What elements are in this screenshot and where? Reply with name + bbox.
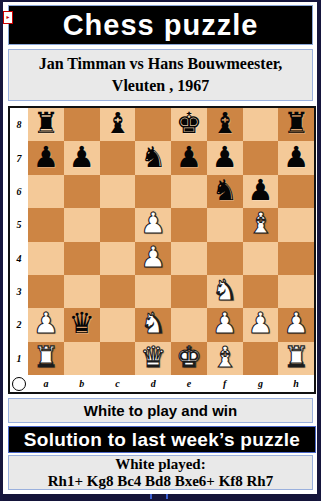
square-g5[interactable]: ♝ <box>243 208 279 241</box>
square-a7[interactable]: ♟ <box>28 141 64 174</box>
file-label-f: f <box>207 375 243 392</box>
page-title: Chess puzzle <box>63 9 259 42</box>
square-c1[interactable] <box>100 342 136 375</box>
square-b7[interactable]: ♟ <box>64 141 100 174</box>
square-d8[interactable] <box>135 108 171 141</box>
square-d1[interactable]: ♛ <box>135 342 171 375</box>
square-c7[interactable] <box>100 141 136 174</box>
solution-header: Solution to last week’s puzzle <box>24 429 300 451</box>
square-g8[interactable] <box>243 108 279 141</box>
square-c3[interactable] <box>100 275 136 308</box>
square-b3[interactable] <box>64 275 100 308</box>
title-banner: Chess puzzle <box>8 5 313 45</box>
square-g6[interactable]: ♟ <box>243 175 279 208</box>
piece-black-rook: ♜ <box>33 109 59 138</box>
square-e5[interactable] <box>171 208 207 241</box>
file-label-b: b <box>64 375 100 392</box>
square-f5[interactable] <box>207 208 243 241</box>
square-e1[interactable]: ♚ <box>171 342 207 375</box>
square-c2[interactable] <box>100 308 136 341</box>
piece-black-knight: ♞ <box>212 176 238 205</box>
square-d5[interactable]: ♟ <box>135 208 171 241</box>
prompt-box: White to play and win <box>8 398 313 423</box>
piece-white-pawn: ♟ <box>140 243 166 272</box>
square-h2[interactable]: ♟ <box>278 308 314 341</box>
square-a3[interactable] <box>28 275 64 308</box>
rank-label-3: 3 <box>10 275 28 308</box>
piece-white-king: ♚ <box>176 343 202 372</box>
square-e3[interactable] <box>171 275 207 308</box>
square-b6[interactable] <box>64 175 100 208</box>
rank-label-5: 5 <box>10 208 28 241</box>
square-f6[interactable]: ♞ <box>207 175 243 208</box>
square-b5[interactable] <box>64 208 100 241</box>
players-line: Jan Timman vs Hans Bouwmeester, <box>39 53 283 75</box>
file-label-e: e <box>171 375 207 392</box>
square-e2[interactable] <box>171 308 207 341</box>
square-h8[interactable]: ♜ <box>278 108 314 141</box>
piece-black-king: ♚ <box>176 109 202 138</box>
file-label-h: h <box>278 375 314 392</box>
square-d7[interactable]: ♞ <box>135 141 171 174</box>
solution-moves: Rh1+ Kg8 Bc4 Bd8 Bxe6+ Kf8 Rh7 <box>48 473 273 490</box>
prompt-text: White to play and win <box>84 402 237 419</box>
square-a6[interactable] <box>28 175 64 208</box>
piece-white-pawn: ♟ <box>283 309 309 338</box>
piece-white-pawn: ♟ <box>33 309 59 338</box>
square-f7[interactable]: ♟ <box>207 141 243 174</box>
square-f3[interactable]: ♞ <box>207 275 243 308</box>
square-h4[interactable] <box>278 242 314 275</box>
piece-black-bishop: ♝ <box>104 109 130 138</box>
piece-black-bishop: ♝ <box>212 109 238 138</box>
square-h1[interactable]: ♜ <box>278 342 314 375</box>
square-g1[interactable] <box>243 342 279 375</box>
piece-black-queen: ♛ <box>69 309 95 338</box>
piece-white-knight: ♞ <box>212 276 238 305</box>
square-h3[interactable] <box>278 275 314 308</box>
square-c4[interactable] <box>100 242 136 275</box>
rank-label-6: 6 <box>10 175 28 208</box>
piece-white-queen: ♛ <box>140 343 166 372</box>
square-e4[interactable] <box>171 242 207 275</box>
square-f1[interactable]: ♝ <box>207 342 243 375</box>
square-c5[interactable] <box>100 208 136 241</box>
square-d4[interactable]: ♟ <box>135 242 171 275</box>
window-bottom-edge <box>3 494 317 501</box>
piece-black-knight: ♞ <box>140 143 166 172</box>
solution-line1: White played: <box>115 456 205 473</box>
square-e6[interactable] <box>171 175 207 208</box>
square-g3[interactable] <box>243 275 279 308</box>
game-info-box: Jan Timman vs Hans Bouwmeester, Vleuten … <box>8 49 313 101</box>
file-label-c: c <box>100 375 136 392</box>
board-corner <box>10 375 28 392</box>
square-b2[interactable]: ♛ <box>64 308 100 341</box>
piece-black-pawn: ♟ <box>176 143 202 172</box>
square-a5[interactable] <box>28 208 64 241</box>
file-label-d: d <box>135 375 171 392</box>
piece-black-pawn: ♟ <box>247 176 273 205</box>
square-d6[interactable] <box>135 175 171 208</box>
rank-label-1: 1 <box>10 342 28 375</box>
piece-black-pawn: ♟ <box>69 143 95 172</box>
square-b8[interactable] <box>64 108 100 141</box>
piece-white-bishop: ♝ <box>212 343 238 372</box>
chess-puzzle-page: ▸ Chess puzzle Jan Timman vs Hans Bouwme… <box>0 0 321 501</box>
file-label-g: g <box>243 375 279 392</box>
piece-black-pawn: ♟ <box>33 143 59 172</box>
piece-white-pawn: ♟ <box>247 309 273 338</box>
rank-label-2: 2 <box>10 308 28 341</box>
broken-image-icon: ▸ <box>3 11 13 24</box>
piece-white-pawn: ♟ <box>140 209 166 238</box>
square-e8[interactable]: ♚ <box>171 108 207 141</box>
venue-year-line: Vleuten , 1967 <box>112 75 209 97</box>
square-c6[interactable] <box>100 175 136 208</box>
square-b1[interactable] <box>64 342 100 375</box>
rank-label-7: 7 <box>10 141 28 174</box>
square-d2[interactable]: ♞ <box>135 308 171 341</box>
file-label-a: a <box>28 375 64 392</box>
piece-black-rook: ♜ <box>283 109 309 138</box>
square-f4[interactable] <box>207 242 243 275</box>
square-h6[interactable] <box>278 175 314 208</box>
chess-board: 8♜♝♚♝♜7♟♟♞♟♟♟6♞♟5♟♝4♟3♞2♟♛♞♟♟♟1♜♛♚♝♜abcd… <box>8 106 316 394</box>
square-a2[interactable]: ♟ <box>28 308 64 341</box>
rank-label-8: 8 <box>10 108 28 141</box>
square-h5[interactable] <box>278 208 314 241</box>
board-grid: 8♜♝♚♝♜7♟♟♞♟♟♟6♞♟5♟♝4♟3♞2♟♛♞♟♟♟1♜♛♚♝♜abcd… <box>10 108 314 392</box>
white-to-move-indicator <box>12 377 26 391</box>
solution-box: White played: Rh1+ Kg8 Bc4 Bd8 Bxe6+ Kf8… <box>8 455 313 490</box>
edge-tick <box>150 494 152 499</box>
solution-banner: Solution to last week’s puzzle <box>8 426 316 453</box>
piece-white-knight: ♞ <box>140 309 166 338</box>
square-g2[interactable]: ♟ <box>243 308 279 341</box>
square-a8[interactable]: ♜ <box>28 108 64 141</box>
square-f2[interactable]: ♟ <box>207 308 243 341</box>
square-d3[interactable] <box>135 275 171 308</box>
square-g4[interactable] <box>243 242 279 275</box>
square-h7[interactable]: ♟ <box>278 141 314 174</box>
piece-black-pawn: ♟ <box>283 143 309 172</box>
piece-white-rook: ♜ <box>283 343 309 372</box>
piece-white-bishop: ♝ <box>247 209 273 238</box>
square-a4[interactable] <box>28 242 64 275</box>
piece-white-rook: ♜ <box>33 343 59 372</box>
piece-black-pawn: ♟ <box>212 143 238 172</box>
piece-white-pawn: ♟ <box>212 309 238 338</box>
square-f8[interactable]: ♝ <box>207 108 243 141</box>
rank-label-4: 4 <box>10 242 28 275</box>
square-b4[interactable] <box>64 242 100 275</box>
square-c8[interactable]: ♝ <box>100 108 136 141</box>
square-g7[interactable] <box>243 141 279 174</box>
square-e7[interactable]: ♟ <box>171 141 207 174</box>
square-a1[interactable]: ♜ <box>28 342 64 375</box>
edge-tick <box>166 494 168 499</box>
